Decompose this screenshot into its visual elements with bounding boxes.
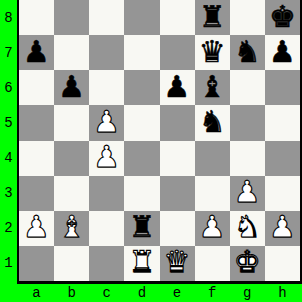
piece-black-pawn[interactable]: ♟ [58, 72, 85, 102]
square-d6[interactable] [124, 70, 159, 105]
square-c5[interactable]: ♟ [89, 105, 124, 140]
square-d2[interactable]: ♜ [124, 211, 159, 246]
piece-black-rook[interactable]: ♜ [128, 212, 155, 242]
square-e2[interactable] [160, 211, 195, 246]
piece-white-pawn[interactable]: ♟ [23, 212, 50, 242]
piece-white-rook[interactable]: ♜ [128, 247, 155, 277]
rank-label-4: 4 [0, 141, 17, 176]
square-e8[interactable] [160, 0, 195, 35]
square-b2[interactable]: ♝ [54, 211, 89, 246]
piece-white-bishop[interactable]: ♝ [58, 212, 85, 242]
square-a6[interactable] [19, 70, 54, 105]
piece-black-knight[interactable]: ♞ [234, 37, 261, 67]
file-labels: abcdefgh [19, 284, 300, 302]
square-e4[interactable] [160, 141, 195, 176]
file-label-b: b [54, 284, 89, 302]
square-c4[interactable]: ♟ [89, 141, 124, 176]
piece-white-knight[interactable]: ♞ [234, 212, 261, 242]
piece-white-pawn[interactable]: ♟ [269, 212, 296, 242]
square-c2[interactable] [89, 211, 124, 246]
square-g4[interactable] [230, 141, 265, 176]
rank-label-5: 5 [0, 105, 17, 140]
rank-label-7: 7 [0, 35, 17, 70]
square-b6[interactable]: ♟ [54, 70, 89, 105]
chess-board[interactable]: ♜♚♟♛♞♟♟♟♝♟♞♟♟♟♝♜♟♞♟♜♛♚ [19, 0, 300, 281]
square-d7[interactable] [124, 35, 159, 70]
file-label-f: f [195, 284, 230, 302]
square-a1[interactable] [19, 246, 54, 281]
square-g8[interactable] [230, 0, 265, 35]
square-c7[interactable] [89, 35, 124, 70]
rank-label-3: 3 [0, 176, 17, 211]
square-b1[interactable] [54, 246, 89, 281]
square-h1[interactable] [265, 246, 300, 281]
square-h7[interactable]: ♟ [265, 35, 300, 70]
square-e7[interactable] [160, 35, 195, 70]
square-d3[interactable] [124, 176, 159, 211]
chess-app-window: 87654321 ♜♚♟♛♞♟♟♟♝♟♞♟♟♟♝♜♟♞♟♜♛♚ abcdefgh [0, 0, 302, 302]
square-c3[interactable] [89, 176, 124, 211]
piece-black-pawn[interactable]: ♟ [269, 37, 296, 67]
square-h2[interactable]: ♟ [265, 211, 300, 246]
rank-label-6: 6 [0, 70, 17, 105]
square-g6[interactable] [230, 70, 265, 105]
square-d5[interactable] [124, 105, 159, 140]
square-g1[interactable]: ♚ [230, 246, 265, 281]
square-f3[interactable] [195, 176, 230, 211]
square-f2[interactable]: ♟ [195, 211, 230, 246]
file-label-e: e [160, 284, 195, 302]
file-label-a: a [19, 284, 54, 302]
file-label-c: c [89, 284, 124, 302]
square-b7[interactable] [54, 35, 89, 70]
rank-label-8: 8 [0, 0, 17, 35]
rank-labels: 87654321 [0, 0, 17, 281]
board-frame: ♜♚♟♛♞♟♟♟♝♟♞♟♟♟♝♜♟♞♟♜♛♚ [17, 0, 302, 284]
square-e6[interactable]: ♟ [160, 70, 195, 105]
piece-white-king[interactable]: ♚ [234, 247, 261, 277]
rank-label-1: 1 [0, 246, 17, 281]
square-a4[interactable] [19, 141, 54, 176]
square-f1[interactable] [195, 246, 230, 281]
square-a3[interactable] [19, 176, 54, 211]
file-label-h: h [265, 284, 300, 302]
square-g7[interactable]: ♞ [230, 35, 265, 70]
piece-black-knight[interactable]: ♞ [199, 107, 226, 137]
rank-label-2: 2 [0, 211, 17, 246]
piece-white-pawn[interactable]: ♟ [199, 212, 226, 242]
file-label-g: g [230, 284, 265, 302]
square-d1[interactable]: ♜ [124, 246, 159, 281]
piece-white-pawn[interactable]: ♟ [93, 107, 120, 137]
piece-white-pawn[interactable]: ♟ [93, 142, 120, 172]
file-label-d: d [124, 284, 159, 302]
square-d8[interactable] [124, 0, 159, 35]
square-h4[interactable] [265, 141, 300, 176]
square-h8[interactable]: ♚ [265, 0, 300, 35]
square-a5[interactable] [19, 105, 54, 140]
square-f5[interactable]: ♞ [195, 105, 230, 140]
square-b5[interactable] [54, 105, 89, 140]
square-c6[interactable] [89, 70, 124, 105]
square-f4[interactable] [195, 141, 230, 176]
square-h3[interactable] [265, 176, 300, 211]
square-g5[interactable] [230, 105, 265, 140]
square-a7[interactable]: ♟ [19, 35, 54, 70]
square-d4[interactable] [124, 141, 159, 176]
piece-black-pawn[interactable]: ♟ [164, 72, 191, 102]
square-f7[interactable]: ♛ [195, 35, 230, 70]
square-c1[interactable] [89, 246, 124, 281]
square-e5[interactable] [160, 105, 195, 140]
square-b3[interactable] [54, 176, 89, 211]
piece-black-queen[interactable]: ♛ [199, 37, 226, 67]
square-e3[interactable] [160, 176, 195, 211]
square-b4[interactable] [54, 141, 89, 176]
square-f8[interactable]: ♜ [195, 0, 230, 35]
square-e1[interactable]: ♛ [160, 246, 195, 281]
piece-black-bishop[interactable]: ♝ [199, 72, 226, 102]
piece-white-pawn[interactable]: ♟ [234, 177, 261, 207]
square-f6[interactable]: ♝ [195, 70, 230, 105]
piece-black-pawn[interactable]: ♟ [23, 37, 50, 67]
piece-white-queen[interactable]: ♛ [164, 247, 191, 277]
square-a8[interactable] [19, 0, 54, 35]
square-g2[interactable]: ♞ [230, 211, 265, 246]
square-b8[interactable] [54, 0, 89, 35]
piece-black-rook[interactable]: ♜ [199, 2, 226, 32]
square-a2[interactable]: ♟ [19, 211, 54, 246]
square-h6[interactable] [265, 70, 300, 105]
square-h5[interactable] [265, 105, 300, 140]
square-c8[interactable] [89, 0, 124, 35]
square-g3[interactable]: ♟ [230, 176, 265, 211]
piece-black-king[interactable]: ♚ [269, 2, 296, 32]
